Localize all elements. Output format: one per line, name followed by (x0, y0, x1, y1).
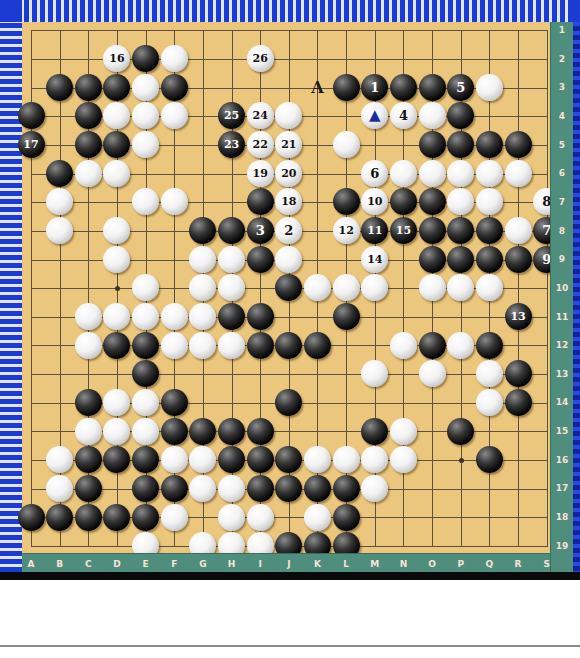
white-stone (390, 418, 417, 445)
white-stone (75, 418, 102, 445)
white-stone (218, 475, 245, 502)
black-stone (505, 360, 532, 387)
star-point (459, 458, 464, 463)
white-stone (161, 188, 188, 215)
column-label: O (428, 559, 436, 569)
move-number: 4 (399, 109, 408, 122)
go-diagram-page: 1626152524▲41723222119206181083212111571… (0, 0, 580, 658)
black-stone (247, 418, 274, 445)
row-label: 12 (556, 340, 569, 350)
move-number: 2 (284, 224, 293, 237)
black-stone (476, 131, 503, 158)
move-number: 15 (396, 225, 411, 236)
white-stone (419, 274, 446, 301)
white-stone: 6 (361, 160, 388, 187)
black-stone (247, 446, 274, 473)
black-stone (505, 246, 532, 273)
row-label: 18 (556, 512, 569, 522)
row-label: 14 (556, 397, 569, 407)
striped-frame-left (0, 22, 22, 580)
black-stone: 3 (247, 217, 274, 244)
black-stone (218, 217, 245, 244)
white-stone (476, 360, 503, 387)
black-stone: 23 (218, 131, 245, 158)
row-label: 8 (559, 226, 565, 236)
white-stone: 12 (333, 217, 360, 244)
column-label: K (314, 559, 321, 569)
white-stone (419, 360, 446, 387)
column-label: Q (486, 559, 494, 569)
column-label: J (287, 559, 290, 569)
column-label: N (400, 559, 408, 569)
bottom-rule-line (0, 645, 580, 647)
white-stone (390, 332, 417, 359)
row-coordinates-strip: 12345678910111213141516171819 (550, 22, 573, 572)
black-stone (390, 74, 417, 101)
move-number: 10 (367, 196, 382, 207)
black-stone (447, 418, 474, 445)
move-number: 3 (256, 224, 265, 237)
move-number: 23 (224, 139, 239, 150)
row-label: 16 (556, 455, 569, 465)
white-stone: 24 (247, 102, 274, 129)
white-stone (46, 217, 73, 244)
black-stone (75, 131, 102, 158)
black-stone (447, 246, 474, 273)
white-stone (275, 246, 302, 273)
white-stone (505, 160, 532, 187)
white-stone (476, 160, 503, 187)
black-stone: 13 (505, 303, 532, 330)
white-stone (304, 504, 331, 531)
black-stone (189, 418, 216, 445)
black-stone (75, 475, 102, 502)
column-label: G (199, 559, 206, 569)
column-label: I (259, 559, 262, 569)
row-label: 4 (559, 111, 565, 121)
black-stone (304, 332, 331, 359)
black-stone (75, 389, 102, 416)
row-label: 9 (559, 254, 565, 264)
white-stone (333, 446, 360, 473)
white-stone (161, 102, 188, 129)
black-stone (333, 303, 360, 330)
black-stone (419, 246, 446, 273)
white-stone (189, 246, 216, 273)
column-label: P (457, 559, 464, 569)
move-number: 26 (253, 53, 268, 64)
black-stone (46, 504, 73, 531)
white-stone (218, 504, 245, 531)
row-label: 1 (559, 25, 565, 35)
white-stone (132, 74, 159, 101)
striped-frame-right (572, 22, 580, 580)
black-stone (419, 332, 446, 359)
black-stone (333, 188, 360, 215)
black-stone (476, 246, 503, 273)
move-number: 5 (456, 81, 465, 94)
white-stone (333, 274, 360, 301)
row-label: 13 (556, 369, 569, 379)
triangle-marker-icon: ▲ (369, 108, 381, 123)
white-stone: 22 (247, 131, 274, 158)
column-label: R (515, 559, 522, 569)
black-stone (132, 332, 159, 359)
white-stone (132, 303, 159, 330)
black-stone (333, 475, 360, 502)
black-stone (419, 131, 446, 158)
white-stone (476, 389, 503, 416)
black-stone (75, 446, 102, 473)
go-board[interactable]: 1626152524▲41723222119206181083212111571… (22, 22, 550, 553)
row-label: 19 (556, 541, 569, 551)
move-number: 24 (253, 110, 268, 121)
column-label: E (143, 559, 149, 569)
move-number: 22 (253, 139, 268, 150)
column-label: B (56, 559, 63, 569)
white-stone: 20 (275, 160, 302, 187)
white-stone (333, 131, 360, 158)
row-label: 15 (556, 426, 569, 436)
white-stone (75, 303, 102, 330)
black-stone (46, 160, 73, 187)
white-stone (390, 160, 417, 187)
column-label: A (28, 559, 35, 569)
black-stone (247, 332, 274, 359)
white-stone (161, 303, 188, 330)
column-label: H (228, 559, 236, 569)
move-number: 16 (109, 53, 124, 64)
move-number: 13 (510, 311, 525, 322)
black-stone (161, 475, 188, 502)
black-stone (18, 102, 45, 129)
white-stone (75, 332, 102, 359)
row-label: 10 (556, 283, 569, 293)
black-stone (505, 131, 532, 158)
move-number: 6 (370, 167, 379, 180)
white-stone (103, 418, 130, 445)
column-label: F (171, 559, 177, 569)
black-stone (476, 332, 503, 359)
white-stone (103, 246, 130, 273)
black-stone (46, 74, 73, 101)
star-point (115, 286, 120, 291)
black-stone: 1 (361, 74, 388, 101)
white-stone (505, 217, 532, 244)
black-stone (275, 332, 302, 359)
black-stone (505, 389, 532, 416)
move-number: 18 (281, 196, 296, 207)
column-label: M (370, 559, 379, 569)
white-stone (361, 475, 388, 502)
row-label: 5 (559, 140, 565, 150)
white-stone (390, 446, 417, 473)
black-stone (161, 74, 188, 101)
black-stone (419, 217, 446, 244)
black-stone (218, 303, 245, 330)
column-label: C (85, 559, 92, 569)
move-number: 12 (338, 225, 353, 236)
column-coordinates-strip: ABCDEFGHIJKLMNOPQRS (22, 553, 572, 573)
move-number: 21 (281, 139, 296, 150)
divider-band (0, 572, 580, 580)
black-stone (161, 418, 188, 445)
white-stone (419, 160, 446, 187)
white-stone: 19 (247, 160, 274, 187)
move-number: 17 (23, 139, 38, 150)
black-stone (132, 504, 159, 531)
white-stone: 14 (361, 246, 388, 273)
column-label: D (113, 559, 120, 569)
white-stone (476, 74, 503, 101)
black-stone (247, 475, 274, 502)
white-stone (218, 246, 245, 273)
white-stone (161, 45, 188, 72)
column-label: S (543, 559, 549, 569)
white-stone (189, 332, 216, 359)
black-stone (75, 504, 102, 531)
black-stone (103, 332, 130, 359)
white-stone (103, 160, 130, 187)
white-stone (218, 332, 245, 359)
black-stone (247, 188, 274, 215)
white-stone (247, 504, 274, 531)
move-number: 19 (253, 168, 268, 179)
black-stone (18, 504, 45, 531)
black-stone (161, 389, 188, 416)
move-number: 25 (224, 110, 239, 121)
black-stone (132, 475, 159, 502)
point-label-a: A (311, 78, 323, 97)
white-stone (447, 160, 474, 187)
black-stone (476, 446, 503, 473)
move-number: 20 (281, 168, 296, 179)
white-stone (161, 332, 188, 359)
row-label: 11 (556, 312, 569, 322)
white-stone (75, 160, 102, 187)
white-stone (447, 332, 474, 359)
black-stone (476, 217, 503, 244)
white-stone (132, 131, 159, 158)
black-stone: 15 (390, 217, 417, 244)
white-stone (161, 446, 188, 473)
white-stone (132, 418, 159, 445)
move-number: 1 (370, 81, 379, 94)
row-label: 2 (559, 54, 565, 64)
striped-frame-top (0, 0, 580, 22)
black-stone (333, 504, 360, 531)
row-label: 6 (559, 168, 565, 178)
frame-corner (572, 0, 580, 22)
move-number: 14 (367, 254, 382, 265)
row-label: 3 (559, 82, 565, 92)
row-label: 17 (556, 483, 569, 493)
move-number: 11 (367, 225, 382, 236)
black-stone: 17 (18, 131, 45, 158)
row-label: 7 (559, 197, 565, 207)
black-stone (333, 74, 360, 101)
white-stone (132, 389, 159, 416)
black-stone (361, 418, 388, 445)
white-stone (46, 475, 73, 502)
black-stone: 5 (447, 74, 474, 101)
white-stone: 26 (247, 45, 274, 72)
black-stone (419, 188, 446, 215)
black-stone (75, 74, 102, 101)
black-stone (304, 475, 331, 502)
frame-corner (0, 0, 22, 22)
black-stone (247, 246, 274, 273)
black-stone (247, 303, 274, 330)
white-stone (161, 504, 188, 531)
black-stone (103, 504, 130, 531)
column-label: L (343, 559, 349, 569)
black-stone (218, 418, 245, 445)
black-stone (419, 74, 446, 101)
white-stone (419, 102, 446, 129)
